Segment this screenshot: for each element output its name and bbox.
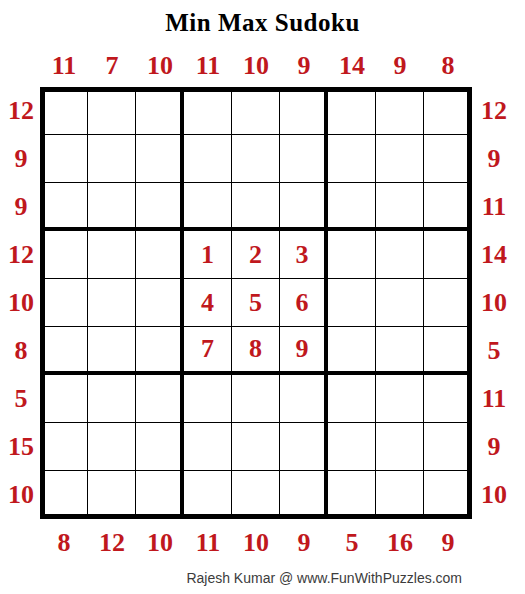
clue-top-5: 10 [232,38,280,87]
cell-r3c2[interactable] [88,183,136,231]
cell-r4c5-given: 2 [232,231,280,279]
cell-r4c2[interactable] [88,231,136,279]
cell-r4c3[interactable] [136,231,184,279]
credit-text: Rajesh Kumar @ www.FunWithPuzzles.com [0,570,525,586]
cell-r5c2[interactable] [88,279,136,327]
clue-right-1: 12 [472,87,516,135]
cell-r5c6-given: 6 [280,279,328,327]
cell-r9c3[interactable] [136,471,184,519]
clue-bottom-9: 9 [424,519,472,565]
cell-r9c5[interactable] [232,471,280,519]
cell-r3c4[interactable] [184,183,232,231]
cell-r4c7[interactable] [328,231,376,279]
cell-r1c8[interactable] [376,87,424,135]
cell-r5c1[interactable] [40,279,88,327]
cell-r3c1[interactable] [40,183,88,231]
clue-bottom-5: 10 [232,519,280,565]
corner-spacer [472,519,516,565]
corner-spacer [472,38,516,87]
clue-right-6: 5 [472,327,516,375]
clue-top-3: 10 [136,38,184,87]
cell-r9c2[interactable] [88,471,136,519]
clue-right-3: 11 [472,183,516,231]
clue-top-7: 14 [328,38,376,87]
cell-r8c7[interactable] [328,423,376,471]
cell-r2c5[interactable] [232,135,280,183]
cell-r6c6-given: 9 [280,327,328,375]
cell-r8c8[interactable] [376,423,424,471]
cell-r5c3[interactable] [136,279,184,327]
cell-r2c3[interactable] [136,135,184,183]
clue-top-9: 8 [424,38,472,87]
clue-right-5: 10 [472,279,516,327]
cell-r9c6[interactable] [280,471,328,519]
clue-top-1: 11 [40,38,88,87]
page-title: Min Max Sudoku [0,8,525,38]
cell-r7c7[interactable] [328,375,376,423]
cell-r6c8[interactable] [376,327,424,375]
corner-spacer [2,519,40,565]
cell-r6c2[interactable] [88,327,136,375]
clue-left-4: 12 [2,231,40,279]
clue-left-9: 10 [2,471,40,519]
cell-r4c8[interactable] [376,231,424,279]
clue-left-5: 10 [2,279,40,327]
cell-r1c1[interactable] [40,87,88,135]
cell-r6c3[interactable] [136,327,184,375]
clue-bottom-3: 10 [136,519,184,565]
cell-r8c6[interactable] [280,423,328,471]
cell-r7c1[interactable] [40,375,88,423]
clue-bottom-2: 12 [88,519,136,565]
cell-r7c5[interactable] [232,375,280,423]
cell-r6c5-given: 8 [232,327,280,375]
puzzle-page: Min Max Sudoku 1171011109149812129991112… [0,0,525,594]
cell-r9c4[interactable] [184,471,232,519]
cell-r3c5[interactable] [232,183,280,231]
clue-bottom-8: 16 [376,519,424,565]
cell-r7c2[interactable] [88,375,136,423]
clue-bottom-4: 11 [184,519,232,565]
cell-r2c7[interactable] [328,135,376,183]
sudoku-board-with-clues: 1171011109149812129991112123141045610878… [2,38,525,565]
cell-r4c4-given: 1 [184,231,232,279]
cell-r3c9[interactable] [424,183,472,231]
clue-left-2: 9 [2,135,40,183]
cell-r8c3[interactable] [136,423,184,471]
cell-r9c8[interactable] [376,471,424,519]
cell-r5c8[interactable] [376,279,424,327]
cell-r1c9[interactable] [424,87,472,135]
clue-bottom-7: 5 [328,519,376,565]
cell-r1c4[interactable] [184,87,232,135]
clue-bottom-6: 9 [280,519,328,565]
clue-left-1: 12 [2,87,40,135]
cell-r8c2[interactable] [88,423,136,471]
cell-r9c1[interactable] [40,471,88,519]
cell-r3c6[interactable] [280,183,328,231]
cell-r7c8[interactable] [376,375,424,423]
cell-r7c6[interactable] [280,375,328,423]
cell-r2c2[interactable] [88,135,136,183]
cell-r4c1[interactable] [40,231,88,279]
cell-r3c8[interactable] [376,183,424,231]
cell-r2c6[interactable] [280,135,328,183]
clue-top-8: 9 [376,38,424,87]
clue-top-4: 11 [184,38,232,87]
cell-r9c9[interactable] [424,471,472,519]
cell-r1c6[interactable] [280,87,328,135]
cell-r2c1[interactable] [40,135,88,183]
clue-left-6: 8 [2,327,40,375]
cell-r2c8[interactable] [376,135,424,183]
cell-r5c9[interactable] [424,279,472,327]
clue-right-2: 9 [472,135,516,183]
clue-right-8: 9 [472,423,516,471]
cell-r6c1[interactable] [40,327,88,375]
cell-r8c4[interactable] [184,423,232,471]
cell-r2c9[interactable] [424,135,472,183]
clue-top-6: 9 [280,38,328,87]
cell-r4c9[interactable] [424,231,472,279]
clue-left-7: 5 [2,375,40,423]
clue-right-9: 10 [472,471,516,519]
cell-r5c7[interactable] [328,279,376,327]
cell-r7c4[interactable] [184,375,232,423]
cell-r6c9[interactable] [424,327,472,375]
clue-right-7: 11 [472,375,516,423]
cell-r8c9[interactable] [424,423,472,471]
cell-r1c7[interactable] [328,87,376,135]
cell-r6c4-given: 7 [184,327,232,375]
cell-r5c5-given: 5 [232,279,280,327]
cell-r3c3[interactable] [136,183,184,231]
cell-r5c4-given: 4 [184,279,232,327]
clue-top-2: 7 [88,38,136,87]
cell-r8c1[interactable] [40,423,88,471]
clue-right-4: 14 [472,231,516,279]
cell-r9c7[interactable] [328,471,376,519]
clue-left-8: 15 [2,423,40,471]
cell-r7c9[interactable] [424,375,472,423]
cell-r7c3[interactable] [136,375,184,423]
cell-r1c3[interactable] [136,87,184,135]
cell-r2c4[interactable] [184,135,232,183]
cell-r3c7[interactable] [328,183,376,231]
cell-r1c2[interactable] [88,87,136,135]
clue-left-3: 9 [2,183,40,231]
cell-r8c5[interactable] [232,423,280,471]
cell-r4c6-given: 3 [280,231,328,279]
clue-bottom-1: 8 [40,519,88,565]
cell-r1c5[interactable] [232,87,280,135]
corner-spacer [2,38,40,87]
cell-r6c7[interactable] [328,327,376,375]
